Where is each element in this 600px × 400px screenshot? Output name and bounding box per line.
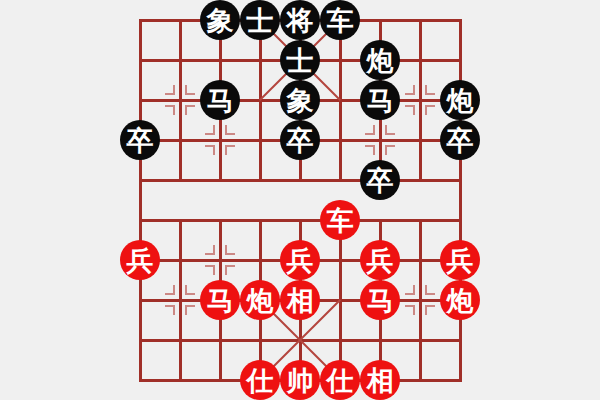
point-marker-bracket xyxy=(365,145,375,155)
point-f9-r0[interactable] xyxy=(440,0,480,40)
point-marker-bracket xyxy=(185,285,195,295)
xiangqi-board: 象士将车士炮马象马炮卒卒卒卒车兵兵兵兵马炮相马炮仕帅仕相 xyxy=(0,0,600,400)
point-f2-r0[interactable] xyxy=(160,0,200,40)
point-f1-r7[interactable] xyxy=(120,280,160,320)
point-f1-r0[interactable] xyxy=(120,0,160,40)
point-f5-r4[interactable] xyxy=(280,160,320,200)
point-f1-r5[interactable] xyxy=(120,200,160,240)
point-f4-r5[interactable] xyxy=(240,200,280,240)
piece-black-soldier[interactable]: 卒 xyxy=(360,160,400,200)
point-f4-r8[interactable] xyxy=(240,320,280,360)
point-f4-r9[interactable]: 仕 xyxy=(240,360,280,400)
point-marker xyxy=(160,280,200,320)
point-f4-r2[interactable] xyxy=(240,80,280,120)
piece-black-soldier[interactable]: 卒 xyxy=(440,120,480,160)
point-marker-bracket xyxy=(205,245,215,255)
point-f7-r1[interactable]: 炮 xyxy=(360,40,400,80)
point-marker-bracket xyxy=(425,305,435,315)
point-f6-r3[interactable] xyxy=(320,120,360,160)
point-f9-r1[interactable] xyxy=(440,40,480,80)
point-marker-bracket xyxy=(425,105,435,115)
point-f6-r4[interactable] xyxy=(320,160,360,200)
point-marker-bracket xyxy=(365,125,375,135)
piece-black-soldier[interactable]: 卒 xyxy=(120,120,160,160)
point-f6-r7[interactable] xyxy=(320,280,360,320)
point-f3-r3[interactable] xyxy=(200,120,240,160)
point-marker-bracket xyxy=(385,145,395,155)
point-f5-r8[interactable] xyxy=(280,320,320,360)
piece-black-elephant[interactable]: 象 xyxy=(200,0,240,40)
point-f4-r4[interactable] xyxy=(240,160,280,200)
piece-black-cannon[interactable]: 炮 xyxy=(440,80,480,120)
piece-red-soldier[interactable]: 兵 xyxy=(360,240,400,280)
point-f6-r9[interactable]: 仕 xyxy=(320,360,360,400)
point-f9-r3[interactable]: 卒 xyxy=(440,120,480,160)
point-f2-r1[interactable] xyxy=(160,40,200,80)
piece-red-elephant[interactable]: 相 xyxy=(280,280,320,320)
point-marker-bracket xyxy=(205,125,215,135)
point-f7-r7[interactable]: 马 xyxy=(360,280,400,320)
piece-black-horse[interactable]: 马 xyxy=(200,80,240,120)
point-f8-r2[interactable] xyxy=(400,80,440,120)
point-f3-r1[interactable] xyxy=(200,40,240,80)
point-f9-r9[interactable] xyxy=(440,360,480,400)
point-f6-r2[interactable] xyxy=(320,80,360,120)
board-grid: 象士将车士炮马象马炮卒卒卒卒车兵兵兵兵马炮相马炮仕帅仕相 xyxy=(120,0,480,400)
piece-black-horse[interactable]: 马 xyxy=(360,80,400,120)
point-marker-bracket xyxy=(165,285,175,295)
point-f8-r4[interactable] xyxy=(400,160,440,200)
point-f8-r9[interactable] xyxy=(400,360,440,400)
piece-red-king[interactable]: 帅 xyxy=(280,360,320,400)
point-f9-r8[interactable] xyxy=(440,320,480,360)
point-marker xyxy=(200,240,240,280)
point-f1-r4[interactable] xyxy=(120,160,160,200)
point-f7-r0[interactable] xyxy=(360,0,400,40)
point-f7-r9[interactable]: 相 xyxy=(360,360,400,400)
point-f3-r5[interactable] xyxy=(200,200,240,240)
piece-black-cannon[interactable]: 炮 xyxy=(360,40,400,80)
piece-red-elephant[interactable]: 相 xyxy=(360,360,400,400)
point-f7-r4[interactable]: 卒 xyxy=(360,160,400,200)
point-f1-r3[interactable]: 卒 xyxy=(120,120,160,160)
point-marker-bracket xyxy=(165,305,175,315)
point-f7-r3[interactable] xyxy=(360,120,400,160)
piece-black-advisor[interactable]: 士 xyxy=(280,40,320,80)
piece-red-chariot[interactable]: 车 xyxy=(320,200,360,240)
point-f3-r6[interactable] xyxy=(200,240,240,280)
piece-red-cannon[interactable]: 炮 xyxy=(440,280,480,320)
point-f3-r2[interactable]: 马 xyxy=(200,80,240,120)
point-f5-r3[interactable]: 卒 xyxy=(280,120,320,160)
point-f5-r5[interactable] xyxy=(280,200,320,240)
point-f4-r7[interactable]: 炮 xyxy=(240,280,280,320)
point-f1-r9[interactable] xyxy=(120,360,160,400)
point-marker-bracket xyxy=(405,285,415,295)
point-marker-bracket xyxy=(165,85,175,95)
point-f9-r2[interactable]: 炮 xyxy=(440,80,480,120)
piece-black-soldier[interactable]: 卒 xyxy=(280,120,320,160)
point-f1-r6[interactable]: 兵 xyxy=(120,240,160,280)
point-f8-r6[interactable] xyxy=(400,240,440,280)
point-marker-bracket xyxy=(205,145,215,155)
point-f7-r8[interactable] xyxy=(360,320,400,360)
point-f8-r7[interactable] xyxy=(400,280,440,320)
point-marker-bracket xyxy=(385,125,395,135)
point-marker-bracket xyxy=(405,85,415,95)
point-marker-bracket xyxy=(405,305,415,315)
point-f1-r2[interactable] xyxy=(120,80,160,120)
point-f6-r1[interactable] xyxy=(320,40,360,80)
point-f8-r3[interactable] xyxy=(400,120,440,160)
point-marker-bracket xyxy=(165,105,175,115)
point-marker-bracket xyxy=(205,265,215,275)
point-f9-r4[interactable] xyxy=(440,160,480,200)
point-f6-r0[interactable]: 车 xyxy=(320,0,360,40)
point-marker-bracket xyxy=(185,305,195,315)
point-f8-r8[interactable] xyxy=(400,320,440,360)
point-f3-r0[interactable]: 象 xyxy=(200,0,240,40)
point-f7-r5[interactable] xyxy=(360,200,400,240)
piece-black-chariot[interactable]: 车 xyxy=(320,0,360,40)
point-marker-bracket xyxy=(405,105,415,115)
piece-black-king[interactable]: 将 xyxy=(280,0,320,40)
point-f9-r7[interactable]: 炮 xyxy=(440,280,480,320)
piece-red-cannon[interactable]: 炮 xyxy=(240,280,280,320)
point-marker xyxy=(200,120,240,160)
point-f6-r6[interactable] xyxy=(320,240,360,280)
point-f2-r6[interactable] xyxy=(160,240,200,280)
point-f8-r0[interactable] xyxy=(400,0,440,40)
point-f4-r3[interactable] xyxy=(240,120,280,160)
point-f6-r8[interactable] xyxy=(320,320,360,360)
piece-red-advisor[interactable]: 仕 xyxy=(240,360,280,400)
point-f2-r7[interactable] xyxy=(160,280,200,320)
point-f5-r0[interactable]: 将 xyxy=(280,0,320,40)
piece-red-soldier[interactable]: 兵 xyxy=(120,240,160,280)
point-f6-r5[interactable]: 车 xyxy=(320,200,360,240)
piece-red-advisor[interactable]: 仕 xyxy=(320,360,360,400)
point-marker xyxy=(400,80,440,120)
point-f2-r2[interactable] xyxy=(160,80,200,120)
point-f1-r8[interactable] xyxy=(120,320,160,360)
point-marker-bracket xyxy=(185,105,195,115)
piece-red-horse[interactable]: 马 xyxy=(200,280,240,320)
point-f3-r4[interactable] xyxy=(200,160,240,200)
point-marker xyxy=(400,280,440,320)
point-f5-r7[interactable]: 相 xyxy=(280,280,320,320)
point-f4-r6[interactable] xyxy=(240,240,280,280)
point-f1-r1[interactable] xyxy=(120,40,160,80)
point-f7-r6[interactable]: 兵 xyxy=(360,240,400,280)
point-f2-r5[interactable] xyxy=(160,200,200,240)
point-f2-r3[interactable] xyxy=(160,120,200,160)
point-marker-bracket xyxy=(225,125,235,135)
point-f2-r4[interactable] xyxy=(160,160,200,200)
point-f5-r9[interactable]: 帅 xyxy=(280,360,320,400)
piece-red-horse[interactable]: 马 xyxy=(360,280,400,320)
point-f9-r6[interactable]: 兵 xyxy=(440,240,480,280)
point-marker xyxy=(160,80,200,120)
point-marker-bracket xyxy=(225,265,235,275)
point-f8-r5[interactable] xyxy=(400,200,440,240)
point-f3-r9[interactable] xyxy=(200,360,240,400)
point-marker-bracket xyxy=(425,85,435,95)
piece-black-advisor[interactable]: 士 xyxy=(240,0,280,40)
point-f5-r6[interactable]: 兵 xyxy=(280,240,320,280)
point-f2-r8[interactable] xyxy=(160,320,200,360)
point-f7-r2[interactable]: 马 xyxy=(360,80,400,120)
piece-black-elephant[interactable]: 象 xyxy=(280,80,320,120)
piece-red-soldier[interactable]: 兵 xyxy=(440,240,480,280)
point-f9-r5[interactable] xyxy=(440,200,480,240)
point-marker-bracket xyxy=(225,145,235,155)
point-marker-bracket xyxy=(185,85,195,95)
point-f4-r0[interactable]: 士 xyxy=(240,0,280,40)
point-f5-r2[interactable]: 象 xyxy=(280,80,320,120)
point-f8-r1[interactable] xyxy=(400,40,440,80)
point-f3-r7[interactable]: 马 xyxy=(200,280,240,320)
point-marker-bracket xyxy=(225,245,235,255)
point-f3-r8[interactable] xyxy=(200,320,240,360)
piece-red-soldier[interactable]: 兵 xyxy=(280,240,320,280)
point-marker-bracket xyxy=(425,285,435,295)
point-f4-r1[interactable] xyxy=(240,40,280,80)
point-f2-r9[interactable] xyxy=(160,360,200,400)
point-marker xyxy=(360,120,400,160)
point-f5-r1[interactable]: 士 xyxy=(280,40,320,80)
